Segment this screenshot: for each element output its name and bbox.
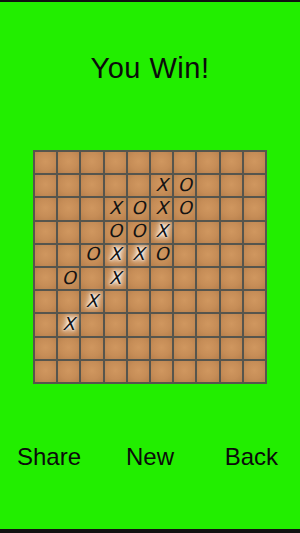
x-piece: X [109,199,121,217]
board-cell[interactable] [244,222,265,243]
x-piece: X [109,269,121,287]
board-cell[interactable] [151,291,172,312]
x-piece: X [132,245,144,263]
board-cell[interactable] [35,222,56,243]
board-cell[interactable] [174,152,195,173]
board-cell[interactable]: X [151,222,172,243]
board-cell[interactable]: X [105,245,126,266]
board-cell[interactable] [35,198,56,219]
board-cell[interactable] [35,245,56,266]
o-piece: O [62,269,76,287]
board-cell[interactable] [105,175,126,196]
board-cell[interactable] [128,291,149,312]
o-piece: O [108,222,122,240]
new-game-button-label: New [126,443,174,471]
board-cell[interactable] [105,338,126,359]
board-cell[interactable] [174,245,195,266]
board-cell[interactable] [81,175,102,196]
board-cell[interactable] [221,245,242,266]
board-cell[interactable] [221,338,242,359]
board-cell[interactable]: X [58,314,79,335]
board-cell[interactable]: O [128,198,149,219]
x-piece: X [63,315,75,333]
board-cell[interactable]: O [128,222,149,243]
board-cell[interactable] [244,268,265,289]
board-cell[interactable] [244,198,265,219]
board-cell[interactable] [244,314,265,335]
board-cell[interactable] [197,245,218,266]
board-cell[interactable]: X [105,268,126,289]
board-cell[interactable] [174,268,195,289]
board-cell[interactable] [128,268,149,289]
board-cell[interactable] [221,222,242,243]
board-cell[interactable] [81,361,102,382]
board-cell[interactable] [197,291,218,312]
board-cell[interactable] [58,222,79,243]
board-cell[interactable] [105,291,126,312]
board-cell[interactable] [105,361,126,382]
board-cell[interactable] [35,361,56,382]
board-cell[interactable] [105,314,126,335]
result-title: You Win! [0,52,300,85]
o-piece: O [178,199,192,217]
board-cell[interactable] [58,198,79,219]
board-cell[interactable] [174,291,195,312]
board-cell[interactable] [81,152,102,173]
board-cell[interactable] [151,338,172,359]
board-cell[interactable] [221,175,242,196]
board-cell[interactable] [221,361,242,382]
board-cell[interactable] [197,175,218,196]
board-cell[interactable]: X [81,291,102,312]
board-cell[interactable] [128,314,149,335]
o-piece: O [131,199,145,217]
o-piece: O [85,245,99,263]
back-button[interactable]: Back [225,443,278,471]
board-cell[interactable] [58,361,79,382]
board-cell[interactable] [174,314,195,335]
board-cell[interactable] [244,175,265,196]
board-cell[interactable] [35,338,56,359]
o-piece: O [155,245,169,263]
board-cell[interactable] [35,291,56,312]
board-cell[interactable] [197,314,218,335]
x-piece: X [109,245,121,263]
board-cell[interactable] [128,361,149,382]
app-screen: You Win! XOXOXOOOXOXXOOXXX Share New Bac… [0,0,300,533]
board-cell[interactable] [174,222,195,243]
board-cell[interactable] [151,268,172,289]
board-cell[interactable] [81,198,102,219]
board-cell[interactable] [151,361,172,382]
board-cell[interactable] [128,338,149,359]
bottom-frame-bar [0,529,300,533]
board-cell[interactable] [221,291,242,312]
board-cell[interactable] [197,338,218,359]
board-cell[interactable] [244,291,265,312]
board-cell[interactable] [58,338,79,359]
board-cell[interactable] [221,268,242,289]
board-cell[interactable] [105,152,126,173]
board-cell[interactable]: X [128,245,149,266]
board-cell[interactable] [81,338,102,359]
board-cell[interactable]: O [174,198,195,219]
board-cell[interactable] [244,338,265,359]
board-cell[interactable] [151,314,172,335]
board-cell[interactable] [174,361,195,382]
board-cell[interactable] [244,361,265,382]
board-cell[interactable] [221,198,242,219]
top-frame-bar [0,0,300,2]
board-cell[interactable]: O [105,222,126,243]
board-cell[interactable] [151,152,172,173]
board-cell[interactable] [197,152,218,173]
board-cell[interactable] [35,175,56,196]
board-cell[interactable] [81,222,102,243]
x-piece: X [155,199,167,217]
board-cell[interactable]: O [174,175,195,196]
x-piece: X [86,292,98,310]
board-cell[interactable] [81,268,102,289]
o-piece: O [178,176,192,194]
board-cell[interactable]: X [105,198,126,219]
board-cell[interactable] [244,245,265,266]
board-cell[interactable] [81,314,102,335]
x-piece: X [155,222,167,240]
board-cell[interactable] [221,152,242,173]
button-row: Share New Back [0,443,300,469]
board-cell[interactable] [128,175,149,196]
board-cell[interactable]: X [151,198,172,219]
board-cell[interactable]: O [81,245,102,266]
board-cell[interactable] [35,152,56,173]
board-cell[interactable] [197,361,218,382]
board-cell[interactable] [58,245,79,266]
board-cell[interactable] [197,268,218,289]
o-piece: O [131,222,145,240]
board-cell[interactable] [244,152,265,173]
board-cell[interactable]: O [151,245,172,266]
game-board: XOXOXOOOXOXXOOXXX [33,150,267,384]
board-cell[interactable] [58,152,79,173]
board-cell[interactable] [35,314,56,335]
board-cell[interactable] [174,338,195,359]
board-cell[interactable] [197,222,218,243]
board-cell[interactable] [221,314,242,335]
board-cell[interactable] [128,152,149,173]
board-cell[interactable]: O [58,268,79,289]
board-cell[interactable] [197,198,218,219]
board-cell[interactable] [58,291,79,312]
board-cell[interactable] [58,175,79,196]
board-cell[interactable]: X [151,175,172,196]
board-cell[interactable] [35,268,56,289]
x-piece: X [155,176,167,194]
